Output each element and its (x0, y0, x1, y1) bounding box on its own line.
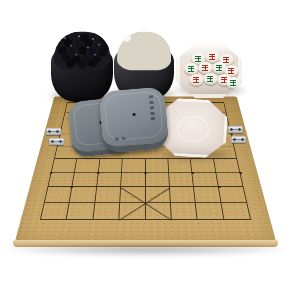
tile-character-mark (209, 54, 215, 60)
board-cell (41, 202, 70, 219)
board-cell (70, 187, 97, 203)
tile-character-mark (223, 57, 229, 63)
board-cell (218, 187, 246, 203)
board-cell (95, 187, 121, 203)
board-cell (214, 159, 240, 173)
board-cell (99, 159, 123, 173)
board-cell (146, 159, 169, 173)
black-stone-bowl (51, 30, 113, 102)
white-stones-heap (117, 32, 171, 71)
tile-character-mark (207, 76, 213, 82)
board-cell (119, 202, 145, 219)
board-cell (146, 172, 170, 186)
board-cell (192, 172, 218, 186)
board-cell (122, 159, 145, 173)
board-cell (194, 187, 221, 203)
piece-box (176, 44, 242, 98)
board-cell (45, 187, 73, 203)
board-cell (73, 172, 99, 186)
black-stones-heap (54, 32, 110, 71)
lid-engraving (114, 137, 128, 141)
board-cell (216, 172, 243, 186)
xiangqi-tile (189, 74, 204, 86)
board-hinge-icon (46, 128, 61, 135)
tile-character-mark (195, 56, 201, 62)
board-cell (120, 187, 145, 203)
board-shadow (8, 245, 284, 256)
board-hinge-icon (228, 126, 243, 133)
board-cell (146, 187, 171, 203)
tile-character-mark (228, 68, 234, 74)
board-cell (48, 172, 75, 186)
board-cell (52, 159, 78, 173)
tile-character-mark (216, 65, 222, 71)
tile-character-mark (188, 66, 194, 72)
board-cell (196, 202, 224, 219)
tile-character-mark (193, 77, 199, 83)
board-cell (93, 202, 120, 219)
board-cell (221, 202, 250, 219)
board-cell (97, 172, 122, 186)
board-cell (75, 159, 100, 173)
board-hinge-icon (231, 136, 246, 143)
board-cell (171, 202, 198, 219)
tile-character-mark (202, 65, 208, 71)
tile-character-mark (230, 80, 236, 86)
board-cell (170, 187, 196, 203)
xiangqi-tile (203, 73, 218, 85)
board-cell (121, 172, 145, 186)
bowl-lid-right (98, 86, 169, 154)
board-hinge-icon (49, 138, 64, 145)
board-cell (67, 202, 95, 219)
board-cell (146, 202, 172, 219)
board-cell (169, 172, 194, 186)
product-photo (0, 0, 292, 292)
